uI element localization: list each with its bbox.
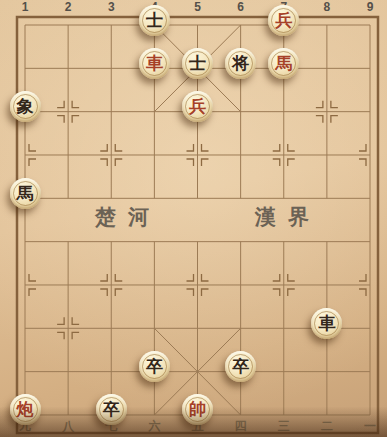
black-advisor-2[interactable]: 士 [182,48,213,79]
red-piece-glyph: 帥 [189,401,206,418]
black-piece-glyph: 車 [318,315,335,332]
red-piece-glyph: 炮 [17,401,34,418]
black-soldier-1[interactable]: 卒 [139,351,170,382]
black-piece-glyph: 士 [189,55,206,72]
black-piece-glyph: 象 [17,98,34,115]
river-label-right: 漢界 [242,203,322,231]
black-piece-glyph: 卒 [146,358,163,375]
red-soldier-1[interactable]: 兵 [268,5,299,36]
red-piece-glyph: 兵 [275,12,292,29]
black-general[interactable]: 将 [225,48,256,79]
black-piece-glyph: 卒 [232,358,249,375]
black-piece-glyph: 将 [232,55,249,72]
red-horse[interactable]: 馬 [268,48,299,79]
black-chariot[interactable]: 車 [311,308,342,339]
black-horse[interactable]: 馬 [10,178,41,209]
xiangqi-board: 123456789 九八七六五四三二一 楚河 漢界 士兵車士将馬象兵馬車卒卒卒炮… [0,0,387,437]
red-cannon[interactable]: 炮 [10,394,41,425]
black-advisor-1[interactable]: 士 [139,5,170,36]
red-soldier-2[interactable]: 兵 [182,91,213,122]
red-chariot[interactable]: 車 [139,48,170,79]
black-piece-glyph: 馬 [17,185,34,202]
river-label-left: 楚河 [82,203,162,231]
red-piece-glyph: 馬 [275,55,292,72]
black-piece-glyph: 卒 [103,401,120,418]
black-elephant[interactable]: 象 [10,91,41,122]
red-piece-glyph: 兵 [189,98,206,115]
black-piece-glyph: 士 [146,12,163,29]
black-soldier-3[interactable]: 卒 [96,394,127,425]
red-piece-glyph: 車 [146,55,163,72]
